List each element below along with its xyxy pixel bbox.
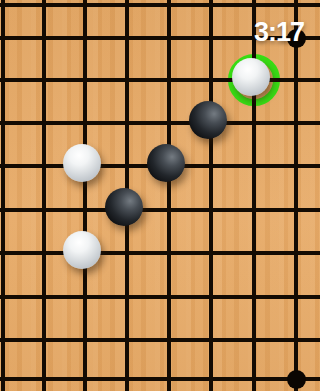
grid-line-h-7 — [0, 295, 320, 299]
black-stone — [105, 188, 143, 226]
grid-line-h-5 — [0, 208, 320, 212]
goban-board[interactable] — [0, 0, 320, 391]
game-clock: 3:17 — [254, 19, 304, 46]
grid-line-h-6 — [0, 251, 320, 255]
white-stone — [232, 58, 270, 96]
black-stone — [147, 144, 185, 182]
grid-line-v-0 — [1, 0, 5, 391]
grid-line-h-9 — [0, 377, 320, 381]
grid-line-h-0 — [0, 3, 320, 7]
grid-line-v-2 — [83, 0, 87, 391]
grid-line-h-8 — [0, 338, 320, 342]
grid-line-h-2 — [0, 78, 320, 82]
grid-line-v-4 — [167, 0, 171, 391]
white-stone — [63, 231, 101, 269]
white-stone — [63, 144, 101, 182]
grid-line-v-7 — [294, 0, 298, 391]
grid-line-h-3 — [0, 121, 320, 125]
game-screen: 3:17 — [0, 0, 320, 391]
star-point — [287, 370, 306, 389]
grid-line-v-5 — [209, 0, 213, 391]
black-stone — [189, 101, 227, 139]
grid-line-v-1 — [42, 0, 46, 391]
